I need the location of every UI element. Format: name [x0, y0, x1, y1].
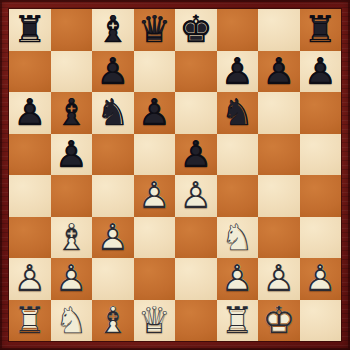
white-king-icon[interactable]: ♚♔: [258, 300, 300, 342]
white-knight-icon[interactable]: ♞♘: [51, 300, 93, 342]
square-a6[interactable]: ♟♙: [9, 92, 51, 134]
square-g2[interactable]: ♟♙: [258, 258, 300, 300]
square-a1[interactable]: ♜♖: [9, 300, 51, 342]
white-pawn-icon[interactable]: ♟♙: [175, 175, 217, 217]
black-knight-icon[interactable]: ♞♘: [217, 92, 259, 134]
square-f4[interactable]: [217, 175, 259, 217]
square-e5[interactable]: ♟♙: [175, 134, 217, 176]
black-rook-icon[interactable]: ♜♖: [9, 9, 51, 51]
square-f5[interactable]: [217, 134, 259, 176]
square-e8[interactable]: ♚♔: [175, 9, 217, 51]
square-c5[interactable]: [92, 134, 134, 176]
square-h7[interactable]: ♟♙: [300, 51, 342, 93]
square-h1[interactable]: [300, 300, 342, 342]
square-c8[interactable]: ♝♗: [92, 9, 134, 51]
square-a4[interactable]: [9, 175, 51, 217]
black-king-icon[interactable]: ♚♔: [175, 9, 217, 51]
square-g6[interactable]: [258, 92, 300, 134]
white-pawn-icon[interactable]: ♟♙: [51, 258, 93, 300]
square-g7[interactable]: ♟♙: [258, 51, 300, 93]
square-f6[interactable]: ♞♘: [217, 92, 259, 134]
square-h3[interactable]: [300, 217, 342, 259]
square-c6[interactable]: ♞♘: [92, 92, 134, 134]
square-h6[interactable]: [300, 92, 342, 134]
square-b5[interactable]: ♟♙: [51, 134, 93, 176]
white-pawn-icon[interactable]: ♟♙: [217, 258, 259, 300]
square-d4[interactable]: ♟♙: [134, 175, 176, 217]
square-d6[interactable]: ♟♙: [134, 92, 176, 134]
square-g1[interactable]: ♚♔: [258, 300, 300, 342]
black-pawn-icon[interactable]: ♟♙: [300, 51, 342, 93]
black-pawn-icon[interactable]: ♟♙: [175, 134, 217, 176]
square-a5[interactable]: [9, 134, 51, 176]
square-h4[interactable]: [300, 175, 342, 217]
square-d5[interactable]: [134, 134, 176, 176]
black-rook-icon[interactable]: ♜♖: [300, 9, 342, 51]
black-pawn-icon[interactable]: ♟♙: [9, 92, 51, 134]
square-e3[interactable]: [175, 217, 217, 259]
square-c1[interactable]: ♝♗: [92, 300, 134, 342]
black-pawn-icon[interactable]: ♟♙: [51, 134, 93, 176]
square-c2[interactable]: [92, 258, 134, 300]
square-e7[interactable]: [175, 51, 217, 93]
square-d2[interactable]: [134, 258, 176, 300]
square-d3[interactable]: [134, 217, 176, 259]
white-pawn-icon[interactable]: ♟♙: [258, 258, 300, 300]
square-b8[interactable]: [51, 9, 93, 51]
square-d8[interactable]: ♛♕: [134, 9, 176, 51]
square-a2[interactable]: ♟♙: [9, 258, 51, 300]
white-knight-icon[interactable]: ♞♘: [217, 217, 259, 259]
square-f2[interactable]: ♟♙: [217, 258, 259, 300]
square-e6[interactable]: [175, 92, 217, 134]
white-pawn-icon[interactable]: ♟♙: [92, 217, 134, 259]
square-d1[interactable]: ♛♕: [134, 300, 176, 342]
square-g5[interactable]: [258, 134, 300, 176]
square-b1[interactable]: ♞♘: [51, 300, 93, 342]
square-e1[interactable]: [175, 300, 217, 342]
white-pawn-icon[interactable]: ♟♙: [134, 175, 176, 217]
square-c4[interactable]: [92, 175, 134, 217]
square-h5[interactable]: [300, 134, 342, 176]
square-b3[interactable]: ♝♗: [51, 217, 93, 259]
black-knight-icon[interactable]: ♞♘: [92, 92, 134, 134]
black-queen-icon[interactable]: ♛♕: [134, 9, 176, 51]
square-b4[interactable]: [51, 175, 93, 217]
white-pawn-icon[interactable]: ♟♙: [9, 258, 51, 300]
square-g8[interactable]: [258, 9, 300, 51]
square-e2[interactable]: [175, 258, 217, 300]
white-bishop-icon[interactable]: ♝♗: [51, 217, 93, 259]
square-g3[interactable]: [258, 217, 300, 259]
black-pawn-icon[interactable]: ♟♙: [134, 92, 176, 134]
square-b6[interactable]: ♝♗: [51, 92, 93, 134]
square-a3[interactable]: [9, 217, 51, 259]
black-bishop-icon[interactable]: ♝♗: [92, 9, 134, 51]
square-a7[interactable]: [9, 51, 51, 93]
white-rook-icon[interactable]: ♜♖: [9, 300, 51, 342]
white-rook-icon[interactable]: ♜♖: [217, 300, 259, 342]
square-b2[interactable]: ♟♙: [51, 258, 93, 300]
square-g4[interactable]: [258, 175, 300, 217]
square-c7[interactable]: ♟♙: [92, 51, 134, 93]
square-b7[interactable]: [51, 51, 93, 93]
black-pawn-icon[interactable]: ♟♙: [92, 51, 134, 93]
board-frame: ♜♖♝♗♛♕♚♔♜♖♟♙♟♙♟♙♟♙♟♙♝♗♞♘♟♙♞♘♟♙♟♙♟♙♟♙♝♗♟♙…: [0, 0, 350, 350]
square-f1[interactable]: ♜♖: [217, 300, 259, 342]
white-queen-icon[interactable]: ♛♕: [134, 300, 176, 342]
black-pawn-icon[interactable]: ♟♙: [258, 51, 300, 93]
square-f8[interactable]: [217, 9, 259, 51]
square-d7[interactable]: [134, 51, 176, 93]
black-bishop-icon[interactable]: ♝♗: [51, 92, 93, 134]
white-pawn-icon[interactable]: ♟♙: [300, 258, 342, 300]
square-h8[interactable]: ♜♖: [300, 9, 342, 51]
square-a8[interactable]: ♜♖: [9, 9, 51, 51]
square-h2[interactable]: ♟♙: [300, 258, 342, 300]
white-bishop-icon[interactable]: ♝♗: [92, 300, 134, 342]
square-f7[interactable]: ♟♙: [217, 51, 259, 93]
square-e4[interactable]: ♟♙: [175, 175, 217, 217]
chess-board: ♜♖♝♗♛♕♚♔♜♖♟♙♟♙♟♙♟♙♟♙♝♗♞♘♟♙♞♘♟♙♟♙♟♙♟♙♝♗♟♙…: [9, 9, 341, 341]
black-pawn-icon[interactable]: ♟♙: [217, 51, 259, 93]
square-f3[interactable]: ♞♘: [217, 217, 259, 259]
square-c3[interactable]: ♟♙: [92, 217, 134, 259]
